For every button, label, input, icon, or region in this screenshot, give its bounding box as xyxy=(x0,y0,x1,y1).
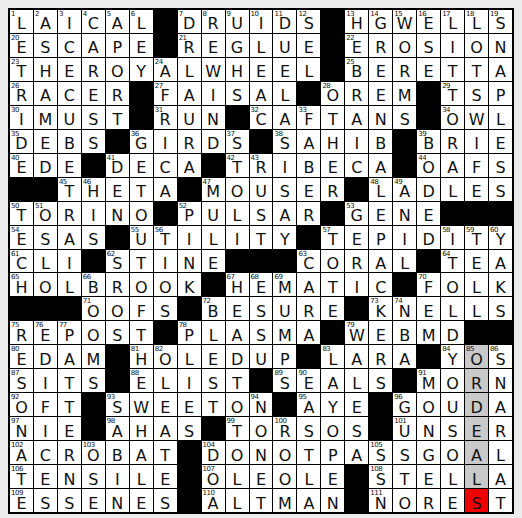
letter-cell[interactable]: Y xyxy=(273,226,296,249)
letter-cell[interactable]: 109E xyxy=(10,489,33,512)
letter-cell[interactable]: E xyxy=(154,393,177,416)
letter-cell[interactable]: 31R xyxy=(154,106,177,129)
letter-cell[interactable]: 99T xyxy=(226,417,249,440)
letter-cell[interactable]: 82O xyxy=(154,345,177,368)
letter-cell[interactable]: 55U xyxy=(130,226,153,249)
letter-cell[interactable]: A xyxy=(34,82,57,105)
letter-cell[interactable]: 12S xyxy=(297,10,320,33)
letter-cell[interactable]: S xyxy=(441,417,464,440)
letter-cell[interactable]: A xyxy=(58,226,81,249)
letter-cell[interactable]: F xyxy=(130,297,153,320)
letter-cell[interactable]: L xyxy=(297,465,320,488)
letter-cell[interactable]: 93S xyxy=(106,393,129,416)
letter-cell[interactable]: 102A xyxy=(10,441,33,464)
letter-cell[interactable]: E xyxy=(82,82,105,105)
letter-cell[interactable]: 60Y xyxy=(489,226,512,249)
letter-cell[interactable]: R xyxy=(417,489,440,512)
letter-cell[interactable]: I xyxy=(82,202,105,225)
letter-cell[interactable]: A xyxy=(489,393,512,416)
letter-cell[interactable]: A xyxy=(297,489,320,512)
letter-cell[interactable]: L xyxy=(226,489,249,512)
letter-cell[interactable]: B xyxy=(393,321,416,344)
letter-cell[interactable]: 64T xyxy=(441,250,464,273)
letter-cell[interactable]: O xyxy=(82,321,105,344)
letter-cell[interactable]: E xyxy=(465,178,488,201)
letter-cell[interactable]: O xyxy=(441,441,464,464)
letter-cell[interactable]: T xyxy=(489,489,512,512)
letter-cell[interactable]: M xyxy=(34,106,57,129)
letter-cell[interactable]: 84Y xyxy=(441,345,464,368)
letter-cell[interactable]: A xyxy=(273,202,296,225)
letter-cell[interactable]: U xyxy=(273,34,296,57)
letter-cell[interactable]: D xyxy=(417,226,440,249)
letter-cell[interactable]: C xyxy=(345,154,368,177)
letter-cell[interactable]: 3I xyxy=(58,10,81,33)
letter-cell[interactable]: F xyxy=(34,393,57,416)
letter-cell[interactable]: 74N xyxy=(393,297,416,320)
letter-cell[interactable]: 1L xyxy=(10,10,33,33)
letter-cell[interactable]: 35D xyxy=(10,130,33,153)
letter-cell[interactable]: 47M xyxy=(202,178,225,201)
letter-cell[interactable]: S xyxy=(82,130,105,153)
letter-cell[interactable]: I xyxy=(202,82,225,105)
letter-cell[interactable]: 57T xyxy=(321,226,344,249)
letter-cell[interactable]: M xyxy=(393,82,416,105)
letter-cell[interactable]: R xyxy=(441,130,464,153)
letter-cell[interactable]: O xyxy=(154,273,177,296)
letter-cell[interactable]: M xyxy=(273,489,296,512)
letter-cell[interactable]: E xyxy=(130,34,153,57)
letter-cell[interactable]: E xyxy=(369,82,392,105)
letter-cell[interactable]: S xyxy=(489,178,512,201)
letter-cell[interactable]: 65H xyxy=(10,273,33,296)
letter-cell[interactable]: 81H xyxy=(130,345,153,368)
letter-cell[interactable]: E xyxy=(417,465,440,488)
letter-cell[interactable]: 30I xyxy=(10,106,33,129)
letter-cell[interactable]: 45T xyxy=(58,178,81,201)
letter-cell[interactable]: T xyxy=(130,178,153,201)
letter-cell[interactable]: 43R xyxy=(250,154,273,177)
letter-cell[interactable]: 13H xyxy=(345,10,368,33)
letter-cell[interactable]: L xyxy=(489,441,512,464)
letter-cell[interactable]: R xyxy=(489,417,512,440)
letter-cell[interactable]: P xyxy=(321,441,344,464)
letter-cell[interactable]: E xyxy=(34,465,57,488)
letter-cell[interactable]: E xyxy=(202,250,225,273)
letter-cell[interactable]: E xyxy=(417,297,440,320)
letter-cell[interactable]: S xyxy=(178,417,201,440)
letter-cell[interactable]: 62S xyxy=(106,250,129,273)
letter-cell[interactable]: D xyxy=(34,345,57,368)
letter-cell[interactable]: E xyxy=(321,465,344,488)
letter-cell[interactable]: 61C xyxy=(10,250,33,273)
letter-cell[interactable]: Y xyxy=(130,58,153,81)
letter-cell[interactable]: P xyxy=(369,226,392,249)
letter-cell[interactable]: 10I xyxy=(250,10,273,33)
highlighted-letter-cell[interactable]: D xyxy=(465,393,488,416)
letter-cell[interactable]: K xyxy=(489,273,512,296)
letter-cell[interactable]: L xyxy=(441,465,464,488)
letter-cell[interactable]: Y xyxy=(321,393,344,416)
letter-cell[interactable]: T xyxy=(321,106,344,129)
letter-cell[interactable]: E xyxy=(273,58,296,81)
letter-cell[interactable]: N xyxy=(106,489,129,512)
letter-cell[interactable]: S xyxy=(393,441,416,464)
letter-cell[interactable]: E xyxy=(58,417,81,440)
letter-cell[interactable]: L xyxy=(202,226,225,249)
letter-cell[interactable]: 59T xyxy=(465,226,488,249)
letter-cell[interactable]: K xyxy=(178,273,201,296)
letter-cell[interactable]: L xyxy=(178,345,201,368)
letter-cell[interactable]: A xyxy=(297,130,320,153)
letter-cell[interactable]: 16E xyxy=(417,10,440,33)
letter-cell[interactable]: A xyxy=(297,321,320,344)
letter-cell[interactable]: O xyxy=(273,465,296,488)
letter-cell[interactable]: F xyxy=(465,154,488,177)
letter-cell[interactable]: 4C xyxy=(82,10,105,33)
highlighted-letter-cell[interactable]: A xyxy=(465,441,488,464)
letter-cell[interactable]: T xyxy=(465,58,488,81)
letter-cell[interactable]: 22E xyxy=(345,34,368,57)
letter-cell[interactable]: E xyxy=(58,58,81,81)
letter-cell[interactable]: 48L xyxy=(369,178,392,201)
letter-cell[interactable]: N xyxy=(58,465,81,488)
letter-cell[interactable]: U xyxy=(273,297,296,320)
letter-cell[interactable]: R xyxy=(106,273,129,296)
letter-cell[interactable]: L xyxy=(34,250,57,273)
letter-cell[interactable]: E xyxy=(369,202,392,225)
letter-cell[interactable]: A xyxy=(345,106,368,129)
letter-cell[interactable]: O xyxy=(321,417,344,440)
letter-cell[interactable]: A xyxy=(130,441,153,464)
letter-cell[interactable]: R xyxy=(345,82,368,105)
letter-cell[interactable]: 18L xyxy=(465,10,488,33)
letter-cell[interactable]: E xyxy=(369,321,392,344)
letter-cell[interactable]: 54E xyxy=(10,226,33,249)
letter-cell[interactable]: L xyxy=(154,369,177,392)
letter-cell[interactable]: 79W xyxy=(345,321,368,344)
letter-cell[interactable]: E xyxy=(369,58,392,81)
letter-cell[interactable]: 7D xyxy=(178,10,201,33)
letter-cell[interactable]: O xyxy=(106,58,129,81)
letter-cell[interactable]: 91M xyxy=(417,369,440,392)
letter-cell[interactable]: 28O xyxy=(321,82,344,105)
letter-cell[interactable]: B xyxy=(369,130,392,153)
letter-cell[interactable]: R xyxy=(106,82,129,105)
letter-cell[interactable]: N xyxy=(393,202,416,225)
letter-cell[interactable]: R xyxy=(178,130,201,153)
letter-cell[interactable]: O xyxy=(130,273,153,296)
letter-cell[interactable]: E xyxy=(250,58,273,81)
letter-cell[interactable]: R xyxy=(369,34,392,57)
letter-cell[interactable]: A xyxy=(321,369,344,392)
letter-cell[interactable]: O xyxy=(441,273,464,296)
letter-cell[interactable]: O xyxy=(273,441,296,464)
letter-cell[interactable]: E xyxy=(106,178,129,201)
letter-cell[interactable]: 110A xyxy=(202,489,225,512)
highlighted-letter-cell[interactable]: 85O xyxy=(465,345,488,368)
letter-cell[interactable]: R xyxy=(58,202,81,225)
letter-cell[interactable]: H xyxy=(130,417,153,440)
letter-cell[interactable]: E xyxy=(321,297,344,320)
letter-cell[interactable]: T xyxy=(250,489,273,512)
letter-cell[interactable]: C xyxy=(58,34,81,57)
letter-cell[interactable]: U xyxy=(250,345,273,368)
letter-cell[interactable]: 26R xyxy=(10,82,33,105)
letter-cell[interactable]: N xyxy=(417,417,440,440)
letter-cell[interactable]: S xyxy=(154,489,177,512)
letter-cell[interactable]: E xyxy=(297,34,320,57)
letter-cell[interactable]: N xyxy=(202,106,225,129)
letter-cell[interactable]: E xyxy=(130,154,153,177)
letter-cell[interactable]: I xyxy=(441,34,464,57)
letter-cell[interactable]: I xyxy=(106,465,129,488)
letter-cell[interactable]: C xyxy=(58,82,81,105)
cursor-cell[interactable]: S xyxy=(465,489,488,512)
letter-cell[interactable]: H xyxy=(226,58,249,81)
letter-cell[interactable]: 100R xyxy=(273,417,296,440)
letter-cell[interactable]: T xyxy=(58,393,81,416)
letter-cell[interactable]: O xyxy=(393,34,416,57)
letter-cell[interactable]: 25B xyxy=(345,58,368,81)
letter-cell[interactable]: 23T xyxy=(10,58,33,81)
highlighted-letter-cell[interactable]: E xyxy=(465,417,488,440)
letter-cell[interactable]: D xyxy=(202,130,225,153)
letter-cell[interactable]: S xyxy=(345,417,368,440)
letter-cell[interactable]: 56T xyxy=(154,226,177,249)
letter-cell[interactable]: T xyxy=(130,250,153,273)
letter-cell[interactable]: 76E xyxy=(34,321,57,344)
letter-cell[interactable]: P xyxy=(106,34,129,57)
letter-cell[interactable]: 71O xyxy=(82,297,105,320)
letter-cell[interactable]: 11D xyxy=(273,10,296,33)
letter-cell[interactable]: S xyxy=(226,82,249,105)
letter-cell[interactable]: 78P xyxy=(178,321,201,344)
letter-cell[interactable]: 20E xyxy=(10,34,33,57)
letter-cell[interactable]: A xyxy=(369,250,392,273)
letter-cell[interactable]: I xyxy=(58,250,81,273)
letter-cell[interactable]: E xyxy=(417,58,440,81)
letter-cell[interactable]: R xyxy=(321,178,344,201)
letter-cell[interactable]: 42T xyxy=(226,154,249,177)
letter-cell[interactable]: I xyxy=(273,154,296,177)
letter-cell[interactable]: N xyxy=(178,250,201,273)
letter-cell[interactable]: T xyxy=(250,226,273,249)
letter-cell[interactable]: I xyxy=(178,226,201,249)
letter-cell[interactable]: S xyxy=(82,106,105,129)
letter-cell[interactable]: S xyxy=(82,465,105,488)
letter-cell[interactable]: O xyxy=(106,297,129,320)
letter-cell[interactable]: S xyxy=(34,226,57,249)
letter-cell[interactable]: O xyxy=(226,178,249,201)
letter-cell[interactable]: T xyxy=(441,58,464,81)
letter-cell[interactable]: H xyxy=(34,58,57,81)
letter-cell[interactable]: 51O xyxy=(34,202,57,225)
letter-cell[interactable]: S xyxy=(250,202,273,225)
letter-cell[interactable]: O xyxy=(321,250,344,273)
letter-cell[interactable]: 111N xyxy=(369,489,392,512)
letter-cell[interactable]: I xyxy=(154,250,177,273)
letter-cell[interactable]: 103O xyxy=(82,441,105,464)
letter-cell[interactable]: N xyxy=(250,441,273,464)
letter-cell[interactable]: 106T xyxy=(10,465,33,488)
letter-cell[interactable]: W xyxy=(465,106,488,129)
letter-cell[interactable]: L xyxy=(178,58,201,81)
letter-cell[interactable]: U xyxy=(250,178,273,201)
letter-cell[interactable]: S xyxy=(34,34,57,57)
letter-cell[interactable]: S xyxy=(273,178,296,201)
letter-cell[interactable]: E xyxy=(202,34,225,57)
letter-cell[interactable]: L xyxy=(273,82,296,105)
letter-cell[interactable]: S xyxy=(250,297,273,320)
letter-cell[interactable]: I xyxy=(345,130,368,153)
letter-cell[interactable]: T xyxy=(202,393,225,416)
letter-cell[interactable]: S xyxy=(489,297,512,320)
letter-cell[interactable]: B xyxy=(297,154,320,177)
letter-cell[interactable]: A xyxy=(154,417,177,440)
letter-cell[interactable]: T xyxy=(106,106,129,129)
letter-cell[interactable]: 34O xyxy=(441,106,464,129)
letter-cell[interactable]: H xyxy=(321,130,344,153)
letter-cell[interactable]: A xyxy=(297,273,320,296)
letter-cell[interactable]: S xyxy=(369,369,392,392)
letter-cell[interactable]: E xyxy=(345,226,368,249)
letter-cell[interactable]: A xyxy=(489,250,512,273)
letter-cell[interactable]: E xyxy=(297,178,320,201)
letter-cell[interactable]: C xyxy=(369,273,392,296)
letter-cell[interactable]: L xyxy=(226,202,249,225)
letter-cell[interactable]: 104D xyxy=(202,441,225,464)
letter-cell[interactable]: 66B xyxy=(82,273,105,296)
letter-cell[interactable]: O xyxy=(34,273,57,296)
letter-cell[interactable]: T xyxy=(226,369,249,392)
letter-cell[interactable]: 39B xyxy=(417,130,440,153)
letter-cell[interactable]: L xyxy=(441,178,464,201)
letter-cell[interactable]: 2A xyxy=(34,10,57,33)
letter-cell[interactable]: 33F xyxy=(297,106,320,129)
letter-cell[interactable]: R xyxy=(297,297,320,320)
letter-cell[interactable]: I xyxy=(178,369,201,392)
letter-cell[interactable]: 49A xyxy=(393,178,416,201)
letter-cell[interactable]: E xyxy=(345,393,368,416)
letter-cell[interactable]: N xyxy=(489,34,512,57)
letter-cell[interactable]: L xyxy=(250,34,273,57)
letter-cell[interactable]: I xyxy=(34,417,57,440)
letter-cell[interactable]: D xyxy=(34,154,57,177)
letter-cell[interactable]: 38S xyxy=(273,130,296,153)
letter-cell[interactable]: A xyxy=(154,178,177,201)
letter-cell[interactable]: 58I xyxy=(441,226,464,249)
letter-cell[interactable]: D xyxy=(441,321,464,344)
letter-cell[interactable]: 70F xyxy=(417,273,440,296)
letter-cell[interactable]: 86S xyxy=(489,345,512,368)
letter-cell[interactable]: E xyxy=(465,250,488,273)
letter-cell[interactable]: 88E xyxy=(130,369,153,392)
letter-cell[interactable]: I xyxy=(345,273,368,296)
letter-cell[interactable]: U xyxy=(202,202,225,225)
letter-cell[interactable]: 98A xyxy=(106,417,129,440)
letter-cell[interactable]: A xyxy=(393,345,416,368)
letter-cell[interactable]: S xyxy=(82,369,105,392)
letter-cell[interactable]: 50T xyxy=(10,202,33,225)
letter-cell[interactable]: E xyxy=(82,489,105,512)
letter-cell[interactable]: E xyxy=(441,489,464,512)
letter-cell[interactable]: S xyxy=(154,297,177,320)
letter-cell[interactable]: 27F xyxy=(154,82,177,105)
letter-cell[interactable]: 8R xyxy=(202,10,225,33)
letter-cell[interactable]: L xyxy=(297,58,320,81)
letter-cell[interactable]: E xyxy=(202,345,225,368)
letter-cell[interactable]: S xyxy=(82,226,105,249)
letter-cell[interactable]: T xyxy=(58,369,81,392)
letter-cell[interactable]: 75R xyxy=(10,321,33,344)
letter-cell[interactable]: 63C xyxy=(297,250,320,273)
letter-cell[interactable]: E xyxy=(226,297,249,320)
letter-cell[interactable]: 14G xyxy=(369,10,392,33)
letter-cell[interactable]: 95A xyxy=(297,393,320,416)
letter-cell[interactable]: 24A xyxy=(154,58,177,81)
letter-cell[interactable]: S xyxy=(202,369,225,392)
letter-cell[interactable]: 5A xyxy=(106,10,129,33)
letter-cell[interactable]: C xyxy=(34,441,57,464)
letter-cell[interactable]: A xyxy=(178,154,201,177)
letter-cell[interactable]: 87S xyxy=(10,369,33,392)
letter-cell[interactable]: W xyxy=(202,58,225,81)
letter-cell[interactable]: 77P xyxy=(58,321,81,344)
letter-cell[interactable]: U xyxy=(58,106,81,129)
letter-cell[interactable]: N xyxy=(321,489,344,512)
letter-cell[interactable]: I xyxy=(226,226,249,249)
letter-cell[interactable]: 67H xyxy=(226,273,249,296)
letter-cell[interactable]: G xyxy=(417,441,440,464)
letter-cell[interactable]: 68E xyxy=(250,273,273,296)
letter-cell[interactable]: A xyxy=(489,465,512,488)
letter-cell[interactable]: E xyxy=(250,465,273,488)
letter-cell[interactable]: L xyxy=(58,273,81,296)
letter-cell[interactable]: A xyxy=(273,106,296,129)
letter-cell[interactable]: O xyxy=(250,417,273,440)
letter-cell[interactable]: O xyxy=(393,489,416,512)
letter-cell[interactable]: T xyxy=(321,273,344,296)
letter-cell[interactable]: L xyxy=(489,106,512,129)
letter-cell[interactable]: 44O xyxy=(417,154,440,177)
letter-cell[interactable]: 21R xyxy=(178,34,201,57)
letter-cell[interactable]: P xyxy=(273,345,296,368)
letter-cell[interactable]: G xyxy=(226,34,249,57)
letter-cell[interactable]: 32C xyxy=(250,106,273,129)
letter-cell[interactable]: L xyxy=(345,369,368,392)
letter-cell[interactable]: A xyxy=(369,154,392,177)
letter-cell[interactable]: A xyxy=(226,321,249,344)
letter-cell[interactable]: 96G xyxy=(393,393,416,416)
letter-cell[interactable]: A xyxy=(441,154,464,177)
letter-cell[interactable]: 29T xyxy=(441,82,464,105)
letter-cell[interactable]: P xyxy=(489,82,512,105)
letter-cell[interactable]: N xyxy=(489,369,512,392)
letter-cell[interactable]: A xyxy=(489,58,512,81)
letter-cell[interactable]: 15W xyxy=(393,10,416,33)
letter-cell[interactable]: O xyxy=(465,34,488,57)
letter-cell[interactable]: L xyxy=(130,465,153,488)
letter-cell[interactable]: U xyxy=(441,393,464,416)
letter-cell[interactable]: 80E xyxy=(10,345,33,368)
letter-cell[interactable]: 69M xyxy=(273,273,296,296)
letter-cell[interactable]: 83L xyxy=(321,345,344,368)
letter-cell[interactable]: T xyxy=(154,441,177,464)
letter-cell[interactable]: M xyxy=(273,321,296,344)
letter-cell[interactable]: T xyxy=(393,465,416,488)
letter-cell[interactable]: B xyxy=(58,130,81,153)
